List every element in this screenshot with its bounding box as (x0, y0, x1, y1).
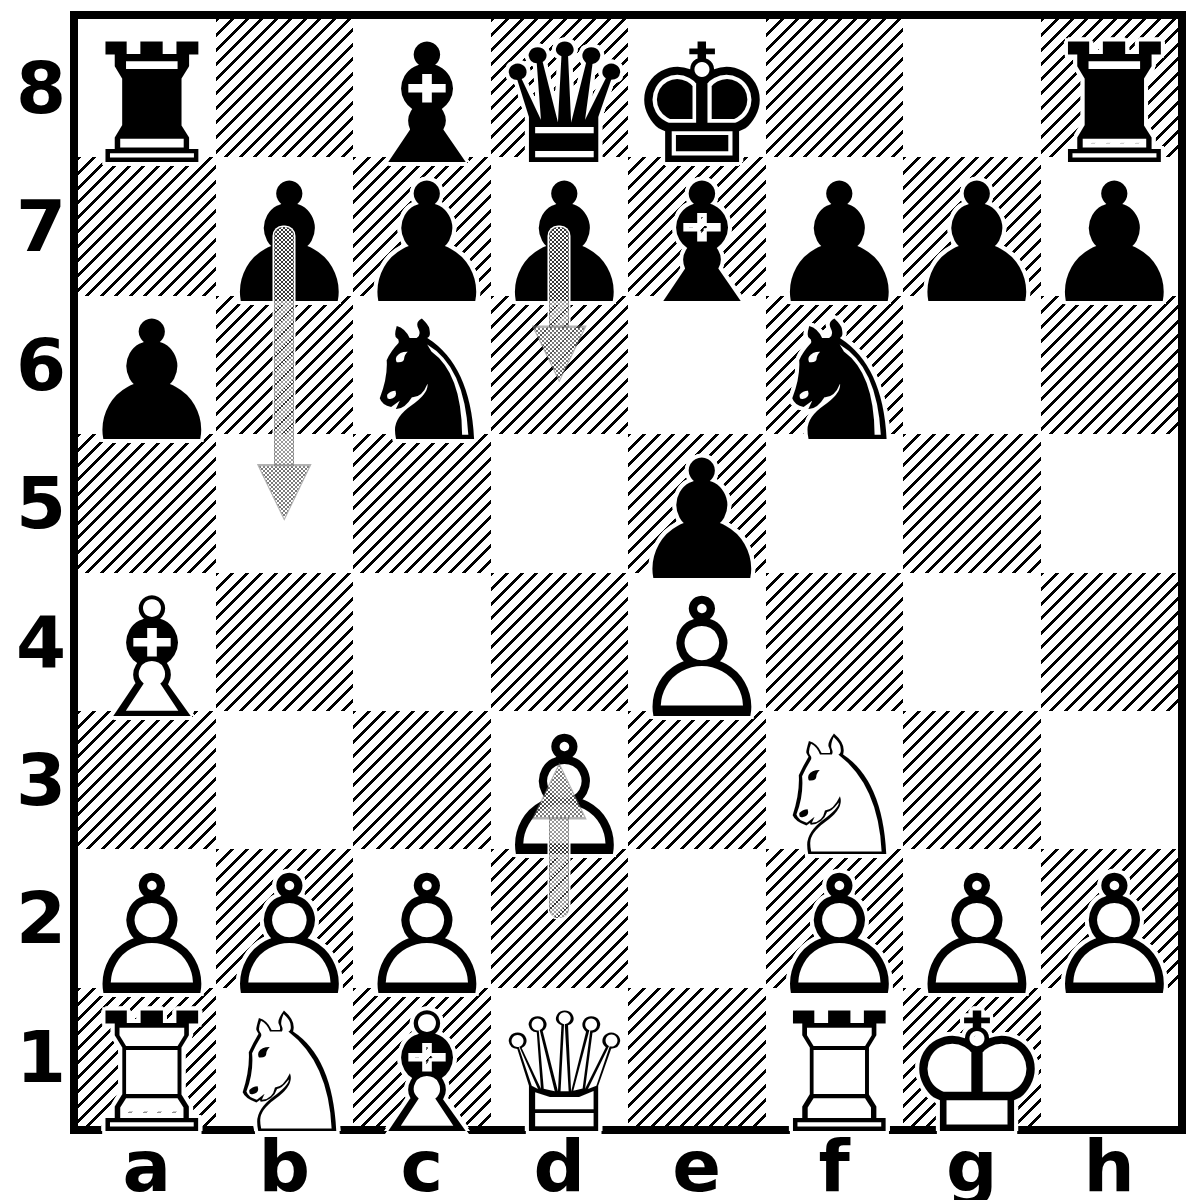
rank-label-8: 8 (12, 19, 70, 157)
black-pawn-icon: ♟ (216, 162, 354, 327)
piece-white-rook-a1[interactable]: ♜♖ (78, 988, 216, 1126)
piece-white-bishop-c1[interactable]: ♝♗ (353, 988, 491, 1126)
white-bishop-icon: ♗ (78, 577, 216, 742)
rank-label-6: 6 (12, 296, 70, 434)
piece-black-pawn-f7[interactable]: ♟♟ (766, 157, 904, 295)
white-rook-icon: ♖ (766, 992, 904, 1157)
piece-black-rook-a8[interactable]: ♜♜ (78, 19, 216, 157)
black-rook-icon: ♜ (78, 23, 216, 188)
white-pawn-icon: ♙ (628, 577, 766, 742)
piece-white-knight-f3[interactable]: ♞♘ (766, 711, 904, 849)
piece-black-pawn-b7[interactable]: ♟♟ (216, 157, 354, 295)
piece-black-bishop-c8[interactable]: ♝♝ (353, 19, 491, 157)
piece-white-pawn-d3[interactable]: ♟♙ (491, 711, 629, 849)
rank-label-4: 4 (12, 573, 70, 711)
black-pawn-icon: ♟ (1041, 162, 1179, 327)
piece-black-pawn-d7[interactable]: ♟♟ (491, 157, 629, 295)
piece-black-king-e8[interactable]: ♚♚ (628, 19, 766, 157)
rank-label-5: 5 (12, 434, 70, 572)
rank-label-2: 2 (12, 849, 70, 987)
piece-white-pawn-c2[interactable]: ♟♙ (353, 849, 491, 987)
piece-white-pawn-f2[interactable]: ♟♙ (766, 849, 904, 987)
black-bishop-icon: ♝ (628, 162, 766, 327)
black-knight-icon: ♞ (766, 300, 904, 465)
white-queen-icon: ♕ (491, 992, 629, 1157)
piece-white-pawn-a2[interactable]: ♟♙ (78, 849, 216, 987)
piece-white-rook-f1[interactable]: ♜♖ (766, 988, 904, 1126)
white-pawn-icon: ♙ (491, 715, 629, 880)
piece-white-king-g1[interactable]: ♚♔ (903, 988, 1041, 1126)
piece-white-pawn-g2[interactable]: ♟♙ (903, 849, 1041, 987)
piece-black-knight-c6[interactable]: ♞♞ (353, 296, 491, 434)
board-inner: ♜♜♝♝♛♛♚♚♜♜♟♟♟♟♟♟♝♝♟♟♟♟♟♟♟♟♞♞♞♞♟♟♝♗♟♙♟♙♞♘… (78, 19, 1178, 1126)
piece-white-queen-d1[interactable]: ♛♕ (491, 988, 629, 1126)
piece-black-pawn-g7[interactable]: ♟♟ (903, 157, 1041, 295)
white-pawn-icon: ♙ (1041, 854, 1179, 1019)
file-label-h: h (1041, 1134, 1179, 1198)
rank-label-1: 1 (12, 988, 70, 1126)
piece-white-pawn-b2[interactable]: ♟♙ (216, 849, 354, 987)
black-pawn-icon: ♟ (78, 300, 216, 465)
chess-board: ♜♜♝♝♛♛♚♚♜♜♟♟♟♟♟♟♝♝♟♟♟♟♟♟♟♟♞♞♞♞♟♟♝♗♟♙♟♙♞♘… (70, 11, 1186, 1134)
piece-white-bishop-a4[interactable]: ♝♗ (78, 573, 216, 711)
piece-black-pawn-a6[interactable]: ♟♟ (78, 296, 216, 434)
rank-label-3: 3 (12, 711, 70, 849)
piece-white-knight-b1[interactable]: ♞♘ (216, 988, 354, 1126)
black-knight-icon: ♞ (353, 300, 491, 465)
rank-label-7: 7 (12, 157, 70, 295)
white-rook-icon: ♖ (78, 992, 216, 1157)
piece-black-queen-d8[interactable]: ♛♛ (491, 19, 629, 157)
piece-black-pawn-e5[interactable]: ♟♟ (628, 434, 766, 572)
white-king-icon: ♔ (903, 992, 1041, 1157)
white-knight-icon: ♘ (216, 992, 354, 1157)
black-pawn-icon: ♟ (491, 162, 629, 327)
piece-black-knight-f6[interactable]: ♞♞ (766, 296, 904, 434)
file-label-e: e (628, 1134, 766, 1198)
white-bishop-icon: ♗ (353, 992, 491, 1157)
piece-black-pawn-h7[interactable]: ♟♟ (1041, 157, 1179, 295)
black-pawn-icon: ♟ (903, 162, 1041, 327)
piece-black-pawn-c7[interactable]: ♟♟ (353, 157, 491, 295)
piece-black-bishop-e7[interactable]: ♝♝ (628, 157, 766, 295)
piece-white-pawn-h2[interactable]: ♟♙ (1041, 849, 1179, 987)
piece-white-pawn-e4[interactable]: ♟♙ (628, 573, 766, 711)
chess-diagram: 87654321 abcdefgh ♜♜♝♝♛♛♚♚♜♜♟♟♟♟♟♟♝♝♟♟♟♟… (0, 0, 1200, 1200)
piece-layer: ♜♜♝♝♛♛♚♚♜♜♟♟♟♟♟♟♝♝♟♟♟♟♟♟♟♟♞♞♞♞♟♟♝♗♟♙♟♙♞♘… (78, 19, 1178, 1126)
piece-black-rook-h8[interactable]: ♜♜ (1041, 19, 1179, 157)
